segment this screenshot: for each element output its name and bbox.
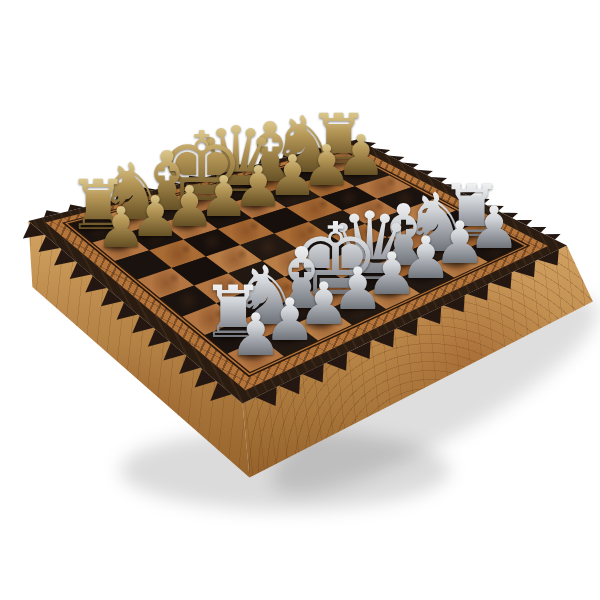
piece-brass-pawn-h7: ♟: [96, 199, 146, 255]
chess-set-photo: ♜♞♝♚♛♝♞♜♟♟♟♟♟♟♟♟♜♞♝♚♛♝♞♜♟♟♟♟♟♟♟♟: [0, 0, 600, 600]
piece-silver-pawn-h1: ♟: [229, 306, 282, 365]
